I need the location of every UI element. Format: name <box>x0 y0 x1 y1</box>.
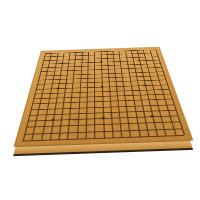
star-point <box>100 116 104 119</box>
star-point <box>99 61 102 63</box>
grid-lines <box>22 49 183 140</box>
star-point <box>137 59 140 61</box>
star-point <box>56 87 59 89</box>
star-point <box>60 62 63 64</box>
star-point <box>99 85 102 87</box>
go-board <box>13 46 193 146</box>
star-point <box>50 118 54 121</box>
star-point <box>150 115 154 118</box>
star-point <box>143 83 146 85</box>
product-photo-canvas <box>0 0 200 200</box>
